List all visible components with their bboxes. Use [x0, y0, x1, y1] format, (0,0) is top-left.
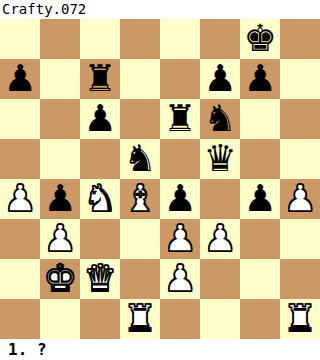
square-d6[interactable] — [120, 99, 160, 139]
square-g4[interactable]: ♟ — [240, 179, 280, 219]
square-d7[interactable] — [120, 59, 160, 99]
square-c8[interactable] — [80, 19, 120, 59]
square-g7[interactable]: ♟ — [240, 59, 280, 99]
square-e8[interactable] — [160, 19, 200, 59]
square-e4[interactable]: ♟ — [160, 179, 200, 219]
piece-black-pawn[interactable]: ♟ — [203, 59, 236, 99]
square-c1[interactable] — [80, 299, 120, 339]
square-e2[interactable]: ♟ — [160, 259, 200, 299]
piece-white-pawn[interactable]: ♟ — [163, 219, 196, 259]
move-prompt: 1. ? — [0, 340, 47, 359]
square-h4[interactable]: ♟ — [280, 179, 320, 219]
square-a6[interactable] — [0, 99, 40, 139]
square-h3[interactable] — [280, 219, 320, 259]
piece-white-rook[interactable]: ♜ — [123, 299, 156, 339]
piece-black-king[interactable]: ♚ — [243, 19, 276, 59]
square-a5[interactable] — [0, 139, 40, 179]
square-h7[interactable] — [280, 59, 320, 99]
piece-white-king[interactable]: ♚ — [43, 259, 76, 299]
status-bar: 1. ? — [0, 339, 320, 360]
square-f2[interactable] — [200, 259, 240, 299]
piece-white-pawn[interactable]: ♟ — [163, 259, 196, 299]
square-a4[interactable]: ♟ — [0, 179, 40, 219]
square-c3[interactable] — [80, 219, 120, 259]
piece-black-pawn[interactable]: ♟ — [163, 179, 196, 219]
square-b2[interactable]: ♚ — [40, 259, 80, 299]
square-g3[interactable] — [240, 219, 280, 259]
square-d2[interactable] — [120, 259, 160, 299]
square-e7[interactable] — [160, 59, 200, 99]
square-b8[interactable] — [40, 19, 80, 59]
square-h6[interactable] — [280, 99, 320, 139]
square-g1[interactable] — [240, 299, 280, 339]
square-d3[interactable] — [120, 219, 160, 259]
square-f4[interactable] — [200, 179, 240, 219]
square-e1[interactable] — [160, 299, 200, 339]
chess-board: ♚♟♜♟♟♟♜♞♞♛♟♟♞♝♟♟♟♟♟♟♚♛♟♜♜ — [0, 19, 320, 339]
square-h2[interactable] — [280, 259, 320, 299]
piece-black-knight[interactable]: ♞ — [123, 139, 156, 179]
square-f1[interactable] — [200, 299, 240, 339]
square-h8[interactable] — [280, 19, 320, 59]
square-c4[interactable]: ♞ — [80, 179, 120, 219]
piece-white-pawn[interactable]: ♟ — [43, 219, 76, 259]
square-a3[interactable] — [0, 219, 40, 259]
square-e3[interactable]: ♟ — [160, 219, 200, 259]
square-f6[interactable]: ♞ — [200, 99, 240, 139]
square-a1[interactable] — [0, 299, 40, 339]
square-g6[interactable] — [240, 99, 280, 139]
square-a7[interactable]: ♟ — [0, 59, 40, 99]
piece-black-queen[interactable]: ♛ — [203, 139, 236, 179]
square-h5[interactable] — [280, 139, 320, 179]
square-b6[interactable] — [40, 99, 80, 139]
square-f5[interactable]: ♛ — [200, 139, 240, 179]
square-c2[interactable]: ♛ — [80, 259, 120, 299]
square-g5[interactable] — [240, 139, 280, 179]
piece-white-knight[interactable]: ♞ — [83, 179, 116, 219]
piece-black-rook[interactable]: ♜ — [163, 99, 196, 139]
piece-black-pawn[interactable]: ♟ — [243, 179, 276, 219]
piece-black-pawn[interactable]: ♟ — [3, 59, 36, 99]
square-e5[interactable] — [160, 139, 200, 179]
square-b4[interactable]: ♟ — [40, 179, 80, 219]
square-b5[interactable] — [40, 139, 80, 179]
square-e6[interactable]: ♜ — [160, 99, 200, 139]
piece-white-pawn[interactable]: ♟ — [283, 179, 316, 219]
square-d4[interactable]: ♝ — [120, 179, 160, 219]
square-c5[interactable] — [80, 139, 120, 179]
square-g2[interactable] — [240, 259, 280, 299]
square-d5[interactable]: ♞ — [120, 139, 160, 179]
square-a2[interactable] — [0, 259, 40, 299]
square-b7[interactable] — [40, 59, 80, 99]
square-c7[interactable]: ♜ — [80, 59, 120, 99]
piece-white-pawn[interactable]: ♟ — [3, 179, 36, 219]
piece-black-pawn[interactable]: ♟ — [83, 99, 116, 139]
piece-white-rook[interactable]: ♜ — [283, 299, 316, 339]
square-h1[interactable]: ♜ — [280, 299, 320, 339]
piece-white-bishop[interactable]: ♝ — [123, 179, 156, 219]
piece-black-rook[interactable]: ♜ — [83, 59, 116, 99]
square-d1[interactable]: ♜ — [120, 299, 160, 339]
window-titlebar: Crafty.072 — [0, 0, 320, 19]
square-f8[interactable] — [200, 19, 240, 59]
square-a8[interactable] — [0, 19, 40, 59]
piece-white-queen[interactable]: ♛ — [83, 259, 116, 299]
square-g8[interactable]: ♚ — [240, 19, 280, 59]
piece-black-pawn[interactable]: ♟ — [243, 59, 276, 99]
piece-black-pawn[interactable]: ♟ — [43, 179, 76, 219]
square-c6[interactable]: ♟ — [80, 99, 120, 139]
square-f3[interactable]: ♟ — [200, 219, 240, 259]
piece-white-pawn[interactable]: ♟ — [203, 219, 236, 259]
window-title: Crafty.072 — [0, 0, 86, 19]
square-b1[interactable] — [40, 299, 80, 339]
square-d8[interactable] — [120, 19, 160, 59]
square-f7[interactable]: ♟ — [200, 59, 240, 99]
square-b3[interactable]: ♟ — [40, 219, 80, 259]
piece-black-knight[interactable]: ♞ — [203, 99, 236, 139]
